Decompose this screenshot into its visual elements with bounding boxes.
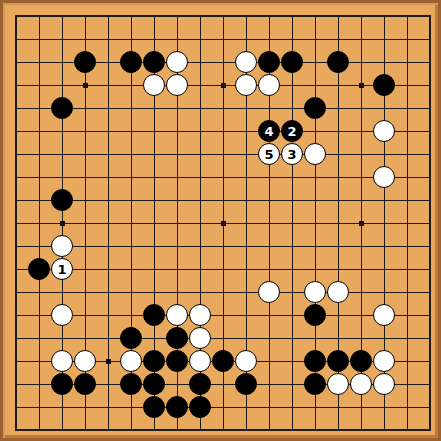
intersection-G8[interactable] [143,258,166,281]
intersection-K17[interactable] [212,51,235,74]
intersection-A7[interactable] [5,281,28,304]
intersection-E10[interactable] [97,212,120,235]
intersection-R10[interactable] [373,212,396,235]
intersection-E3[interactable] [97,373,120,396]
intersection-Q7[interactable] [350,281,373,304]
intersection-L6[interactable] [235,304,258,327]
intersection-P14[interactable] [327,120,350,143]
intersection-E9[interactable] [97,235,120,258]
intersection-T16[interactable] [419,74,441,97]
intersection-J12[interactable] [189,166,212,189]
intersection-F14[interactable] [120,120,143,143]
intersection-P4[interactable] [327,350,350,373]
intersection-C4[interactable] [51,350,74,373]
intersection-P12[interactable] [327,166,350,189]
intersection-C3[interactable] [51,373,74,396]
intersection-K4[interactable] [212,350,235,373]
intersection-C8[interactable]: 1 [51,258,74,281]
intersection-D14[interactable] [74,120,97,143]
intersection-M11[interactable] [258,189,281,212]
intersection-H1[interactable] [166,419,189,441]
intersection-K13[interactable] [212,143,235,166]
intersection-O5[interactable] [304,327,327,350]
intersection-J3[interactable] [189,373,212,396]
intersection-S14[interactable] [396,120,419,143]
intersection-C19[interactable] [51,5,74,28]
intersection-L16[interactable] [235,74,258,97]
intersection-Q4[interactable] [350,350,373,373]
intersection-M15[interactable] [258,97,281,120]
intersection-P3[interactable] [327,373,350,396]
intersection-Q19[interactable] [350,5,373,28]
intersection-O6[interactable] [304,304,327,327]
intersection-E5[interactable] [97,327,120,350]
intersection-A13[interactable] [5,143,28,166]
intersection-D10[interactable] [74,212,97,235]
intersection-O1[interactable] [304,419,327,441]
intersection-F1[interactable] [120,419,143,441]
intersection-Q17[interactable] [350,51,373,74]
intersection-Q1[interactable] [350,419,373,441]
intersection-E17[interactable] [97,51,120,74]
intersection-T10[interactable] [419,212,441,235]
intersection-J15[interactable] [189,97,212,120]
intersection-O14[interactable] [304,120,327,143]
intersection-B6[interactable] [28,304,51,327]
intersection-P11[interactable] [327,189,350,212]
intersection-J13[interactable] [189,143,212,166]
intersection-N18[interactable] [281,28,304,51]
intersection-B13[interactable] [28,143,51,166]
intersection-S18[interactable] [396,28,419,51]
intersection-A15[interactable] [5,97,28,120]
intersection-A11[interactable] [5,189,28,212]
intersection-M3[interactable] [258,373,281,396]
intersection-G5[interactable] [143,327,166,350]
intersection-J18[interactable] [189,28,212,51]
intersection-K15[interactable] [212,97,235,120]
intersection-B3[interactable] [28,373,51,396]
intersection-M8[interactable] [258,258,281,281]
intersection-N10[interactable] [281,212,304,235]
intersection-F8[interactable] [120,258,143,281]
intersection-T19[interactable] [419,5,441,28]
intersection-J19[interactable] [189,5,212,28]
intersection-A17[interactable] [5,51,28,74]
intersection-R16[interactable] [373,74,396,97]
intersection-F3[interactable] [120,373,143,396]
intersection-C5[interactable] [51,327,74,350]
intersection-G7[interactable] [143,281,166,304]
intersection-N4[interactable] [281,350,304,373]
intersection-L11[interactable] [235,189,258,212]
intersection-G11[interactable] [143,189,166,212]
intersection-M4[interactable] [258,350,281,373]
intersection-N7[interactable] [281,281,304,304]
intersection-Q2[interactable] [350,396,373,419]
intersection-M10[interactable] [258,212,281,235]
intersection-N2[interactable] [281,396,304,419]
intersection-S7[interactable] [396,281,419,304]
intersection-R14[interactable] [373,120,396,143]
intersection-O7[interactable] [304,281,327,304]
intersection-M6[interactable] [258,304,281,327]
intersection-B12[interactable] [28,166,51,189]
intersection-S11[interactable] [396,189,419,212]
intersection-B7[interactable] [28,281,51,304]
intersection-F6[interactable] [120,304,143,327]
intersection-D16[interactable] [74,74,97,97]
intersection-S13[interactable] [396,143,419,166]
intersection-P10[interactable] [327,212,350,235]
intersection-D9[interactable] [74,235,97,258]
intersection-O2[interactable] [304,396,327,419]
intersection-P7[interactable] [327,281,350,304]
intersection-A10[interactable] [5,212,28,235]
intersection-H7[interactable] [166,281,189,304]
intersection-N3[interactable] [281,373,304,396]
intersection-N14[interactable]: 2 [281,120,304,143]
intersection-J8[interactable] [189,258,212,281]
intersection-E18[interactable] [97,28,120,51]
intersection-S8[interactable] [396,258,419,281]
intersection-M1[interactable] [258,419,281,441]
intersection-N9[interactable] [281,235,304,258]
intersection-O18[interactable] [304,28,327,51]
intersection-T1[interactable] [419,419,441,441]
intersection-G15[interactable] [143,97,166,120]
intersection-E1[interactable] [97,419,120,441]
intersection-O10[interactable] [304,212,327,235]
intersection-R1[interactable] [373,419,396,441]
intersection-F13[interactable] [120,143,143,166]
intersection-K19[interactable] [212,5,235,28]
intersection-O3[interactable] [304,373,327,396]
intersection-F15[interactable] [120,97,143,120]
intersection-G17[interactable] [143,51,166,74]
intersection-E4[interactable] [97,350,120,373]
intersection-H13[interactable] [166,143,189,166]
intersection-H10[interactable] [166,212,189,235]
intersection-B1[interactable] [28,419,51,441]
intersection-K9[interactable] [212,235,235,258]
intersection-T11[interactable] [419,189,441,212]
intersection-R8[interactable] [373,258,396,281]
intersection-D3[interactable] [74,373,97,396]
intersection-L18[interactable] [235,28,258,51]
intersection-A14[interactable] [5,120,28,143]
intersection-T15[interactable] [419,97,441,120]
intersection-Q9[interactable] [350,235,373,258]
intersection-R7[interactable] [373,281,396,304]
intersection-K5[interactable] [212,327,235,350]
intersection-L19[interactable] [235,5,258,28]
intersection-F9[interactable] [120,235,143,258]
intersection-B16[interactable] [28,74,51,97]
intersection-B10[interactable] [28,212,51,235]
intersection-F5[interactable] [120,327,143,350]
intersection-A5[interactable] [5,327,28,350]
intersection-B18[interactable] [28,28,51,51]
intersection-Q11[interactable] [350,189,373,212]
intersection-D5[interactable] [74,327,97,350]
intersection-P19[interactable] [327,5,350,28]
intersection-J10[interactable] [189,212,212,235]
intersection-L10[interactable] [235,212,258,235]
intersection-G2[interactable] [143,396,166,419]
intersection-S9[interactable] [396,235,419,258]
intersection-D6[interactable] [74,304,97,327]
intersection-M18[interactable] [258,28,281,51]
intersection-T9[interactable] [419,235,441,258]
intersection-B14[interactable] [28,120,51,143]
intersection-K7[interactable] [212,281,235,304]
intersection-N1[interactable] [281,419,304,441]
intersection-E12[interactable] [97,166,120,189]
intersection-L2[interactable] [235,396,258,419]
intersection-E19[interactable] [97,5,120,28]
intersection-G9[interactable] [143,235,166,258]
intersection-L8[interactable] [235,258,258,281]
intersection-D19[interactable] [74,5,97,28]
intersection-L5[interactable] [235,327,258,350]
intersection-E6[interactable] [97,304,120,327]
intersection-G18[interactable] [143,28,166,51]
intersection-H4[interactable] [166,350,189,373]
intersection-D7[interactable] [74,281,97,304]
intersection-L7[interactable] [235,281,258,304]
intersection-S4[interactable] [396,350,419,373]
intersection-J9[interactable] [189,235,212,258]
intersection-B9[interactable] [28,235,51,258]
intersection-E7[interactable] [97,281,120,304]
intersection-B8[interactable] [28,258,51,281]
intersection-C18[interactable] [51,28,74,51]
intersection-E16[interactable] [97,74,120,97]
intersection-Q18[interactable] [350,28,373,51]
intersection-O17[interactable] [304,51,327,74]
intersection-Q14[interactable] [350,120,373,143]
intersection-O11[interactable] [304,189,327,212]
intersection-K12[interactable] [212,166,235,189]
intersection-J1[interactable] [189,419,212,441]
intersection-T7[interactable] [419,281,441,304]
intersection-Q6[interactable] [350,304,373,327]
intersection-E11[interactable] [97,189,120,212]
intersection-F16[interactable] [120,74,143,97]
intersection-S17[interactable] [396,51,419,74]
intersection-K16[interactable] [212,74,235,97]
intersection-M19[interactable] [258,5,281,28]
intersection-C11[interactable] [51,189,74,212]
intersection-M17[interactable] [258,51,281,74]
intersection-C2[interactable] [51,396,74,419]
intersection-D4[interactable] [74,350,97,373]
intersection-P13[interactable] [327,143,350,166]
intersection-M9[interactable] [258,235,281,258]
intersection-G3[interactable] [143,373,166,396]
intersection-T6[interactable] [419,304,441,327]
intersection-G1[interactable] [143,419,166,441]
intersection-H3[interactable] [166,373,189,396]
intersection-A8[interactable] [5,258,28,281]
intersection-H14[interactable] [166,120,189,143]
intersection-N17[interactable] [281,51,304,74]
intersection-L13[interactable] [235,143,258,166]
intersection-R15[interactable] [373,97,396,120]
intersection-T18[interactable] [419,28,441,51]
intersection-T13[interactable] [419,143,441,166]
intersection-M12[interactable] [258,166,281,189]
intersection-O9[interactable] [304,235,327,258]
intersection-T2[interactable] [419,396,441,419]
intersection-P2[interactable] [327,396,350,419]
intersection-S19[interactable] [396,5,419,28]
intersection-B11[interactable] [28,189,51,212]
intersection-J16[interactable] [189,74,212,97]
intersection-H19[interactable] [166,5,189,28]
intersection-C12[interactable] [51,166,74,189]
intersection-P1[interactable] [327,419,350,441]
intersection-H18[interactable] [166,28,189,51]
intersection-S15[interactable] [396,97,419,120]
intersection-O8[interactable] [304,258,327,281]
intersection-E13[interactable] [97,143,120,166]
intersection-A19[interactable] [5,5,28,28]
intersection-O16[interactable] [304,74,327,97]
intersection-C16[interactable] [51,74,74,97]
intersection-J6[interactable] [189,304,212,327]
intersection-S10[interactable] [396,212,419,235]
intersection-A16[interactable] [5,74,28,97]
intersection-F17[interactable] [120,51,143,74]
intersection-L3[interactable] [235,373,258,396]
intersection-J14[interactable] [189,120,212,143]
intersection-D13[interactable] [74,143,97,166]
intersection-D8[interactable] [74,258,97,281]
intersection-P5[interactable] [327,327,350,350]
intersection-R19[interactable] [373,5,396,28]
intersection-C9[interactable] [51,235,74,258]
intersection-L12[interactable] [235,166,258,189]
intersection-N15[interactable] [281,97,304,120]
intersection-D2[interactable] [74,396,97,419]
intersection-H16[interactable] [166,74,189,97]
intersection-K3[interactable] [212,373,235,396]
intersection-S2[interactable] [396,396,419,419]
intersection-H15[interactable] [166,97,189,120]
intersection-D15[interactable] [74,97,97,120]
intersection-A6[interactable] [5,304,28,327]
intersection-C13[interactable] [51,143,74,166]
intersection-M16[interactable] [258,74,281,97]
intersection-S12[interactable] [396,166,419,189]
intersection-A1[interactable] [5,419,28,441]
intersection-H11[interactable] [166,189,189,212]
intersection-H5[interactable] [166,327,189,350]
intersection-N12[interactable] [281,166,304,189]
intersection-N19[interactable] [281,5,304,28]
intersection-P16[interactable] [327,74,350,97]
intersection-B19[interactable] [28,5,51,28]
intersection-N16[interactable] [281,74,304,97]
intersection-R12[interactable] [373,166,396,189]
intersection-J11[interactable] [189,189,212,212]
intersection-A9[interactable] [5,235,28,258]
intersection-Q5[interactable] [350,327,373,350]
intersection-Q3[interactable] [350,373,373,396]
intersection-S6[interactable] [396,304,419,327]
intersection-H8[interactable] [166,258,189,281]
intersection-T17[interactable] [419,51,441,74]
intersection-M14[interactable]: 4 [258,120,281,143]
intersection-B17[interactable] [28,51,51,74]
intersection-B2[interactable] [28,396,51,419]
intersection-N11[interactable] [281,189,304,212]
intersection-J2[interactable] [189,396,212,419]
intersection-C6[interactable] [51,304,74,327]
intersection-R3[interactable] [373,373,396,396]
intersection-T4[interactable] [419,350,441,373]
intersection-L15[interactable] [235,97,258,120]
intersection-O4[interactable] [304,350,327,373]
intersection-J5[interactable] [189,327,212,350]
intersection-F10[interactable] [120,212,143,235]
intersection-C17[interactable] [51,51,74,74]
intersection-T3[interactable] [419,373,441,396]
intersection-R6[interactable] [373,304,396,327]
intersection-G16[interactable] [143,74,166,97]
intersection-D12[interactable] [74,166,97,189]
intersection-K11[interactable] [212,189,235,212]
intersection-J4[interactable] [189,350,212,373]
intersection-C10[interactable] [51,212,74,235]
intersection-D1[interactable] [74,419,97,441]
intersection-G10[interactable] [143,212,166,235]
intersection-Q8[interactable] [350,258,373,281]
intersection-R18[interactable] [373,28,396,51]
intersection-O13[interactable] [304,143,327,166]
intersection-Q12[interactable] [350,166,373,189]
intersection-A18[interactable] [5,28,28,51]
intersection-C1[interactable] [51,419,74,441]
intersection-B5[interactable] [28,327,51,350]
intersection-P18[interactable] [327,28,350,51]
intersection-P17[interactable] [327,51,350,74]
intersection-G19[interactable] [143,5,166,28]
intersection-G14[interactable] [143,120,166,143]
intersection-G13[interactable] [143,143,166,166]
intersection-S5[interactable] [396,327,419,350]
intersection-C7[interactable] [51,281,74,304]
intersection-Q15[interactable] [350,97,373,120]
intersection-J7[interactable] [189,281,212,304]
intersection-F19[interactable] [120,5,143,28]
intersection-Q16[interactable] [350,74,373,97]
intersection-B15[interactable] [28,97,51,120]
intersection-R2[interactable] [373,396,396,419]
intersection-G4[interactable] [143,350,166,373]
intersection-Q13[interactable] [350,143,373,166]
intersection-C14[interactable] [51,120,74,143]
intersection-R11[interactable] [373,189,396,212]
intersection-O12[interactable] [304,166,327,189]
intersection-N6[interactable] [281,304,304,327]
intersection-R17[interactable] [373,51,396,74]
intersection-R5[interactable] [373,327,396,350]
intersection-R4[interactable] [373,350,396,373]
intersection-A3[interactable] [5,373,28,396]
